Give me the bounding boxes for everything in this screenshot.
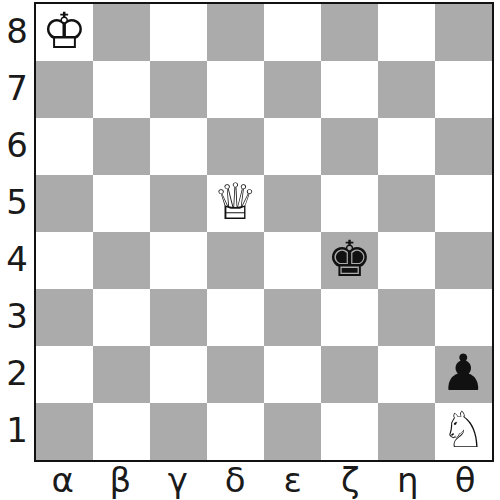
rank-label-5: 5 bbox=[0, 173, 34, 230]
square-θ1[interactable]: ♘ bbox=[435, 403, 492, 460]
square-ζ6[interactable] bbox=[321, 118, 378, 175]
square-α3[interactable] bbox=[36, 289, 93, 346]
square-β3[interactable] bbox=[93, 289, 150, 346]
square-θ4[interactable] bbox=[435, 232, 492, 289]
square-θ6[interactable] bbox=[435, 118, 492, 175]
square-ζ4[interactable]: ♚ bbox=[321, 232, 378, 289]
square-ε5[interactable] bbox=[264, 175, 321, 232]
square-γ2[interactable] bbox=[150, 346, 207, 403]
file-label-ε: ε bbox=[264, 460, 322, 500]
square-δ5[interactable]: ♕ bbox=[207, 175, 264, 232]
square-δ4[interactable] bbox=[207, 232, 264, 289]
rank-label-1: 1 bbox=[0, 401, 34, 458]
square-β1[interactable] bbox=[93, 403, 150, 460]
square-η2[interactable] bbox=[378, 346, 435, 403]
square-δ1[interactable] bbox=[207, 403, 264, 460]
square-δ6[interactable] bbox=[207, 118, 264, 175]
square-β5[interactable] bbox=[93, 175, 150, 232]
square-ζ8[interactable] bbox=[321, 4, 378, 61]
file-label-β: β bbox=[92, 460, 150, 500]
square-γ8[interactable] bbox=[150, 4, 207, 61]
square-α7[interactable] bbox=[36, 61, 93, 118]
square-α6[interactable] bbox=[36, 118, 93, 175]
white-queen-δ5[interactable]: ♕ bbox=[213, 177, 258, 227]
file-label-ζ: ζ bbox=[322, 460, 380, 500]
square-β8[interactable] bbox=[93, 4, 150, 61]
square-ζ1[interactable] bbox=[321, 403, 378, 460]
square-γ4[interactable] bbox=[150, 232, 207, 289]
square-δ3[interactable] bbox=[207, 289, 264, 346]
chess-diagram: 87654321 ♔♕♚♟♘ αβγδεζηθ bbox=[0, 0, 500, 500]
square-ζ7[interactable] bbox=[321, 61, 378, 118]
square-γ3[interactable] bbox=[150, 289, 207, 346]
square-ε2[interactable] bbox=[264, 346, 321, 403]
file-label-η: η bbox=[379, 460, 437, 500]
square-ε6[interactable] bbox=[264, 118, 321, 175]
square-η7[interactable] bbox=[378, 61, 435, 118]
square-η6[interactable] bbox=[378, 118, 435, 175]
square-β7[interactable] bbox=[93, 61, 150, 118]
square-δ7[interactable] bbox=[207, 61, 264, 118]
square-ζ3[interactable] bbox=[321, 289, 378, 346]
chess-board: ♔♕♚♟♘ bbox=[34, 2, 494, 462]
file-label-γ: γ bbox=[149, 460, 207, 500]
square-α2[interactable] bbox=[36, 346, 93, 403]
square-ε3[interactable] bbox=[264, 289, 321, 346]
black-king-ζ4[interactable]: ♚ bbox=[327, 234, 372, 284]
square-θ2[interactable]: ♟ bbox=[435, 346, 492, 403]
square-η8[interactable] bbox=[378, 4, 435, 61]
square-α1[interactable] bbox=[36, 403, 93, 460]
square-ε7[interactable] bbox=[264, 61, 321, 118]
square-α5[interactable] bbox=[36, 175, 93, 232]
black-pawn-θ2[interactable]: ♟ bbox=[441, 348, 486, 398]
rank-label-2: 2 bbox=[0, 344, 34, 401]
square-β4[interactable] bbox=[93, 232, 150, 289]
square-ε1[interactable] bbox=[264, 403, 321, 460]
rank-label-7: 7 bbox=[0, 59, 34, 116]
square-θ8[interactable] bbox=[435, 4, 492, 61]
white-king-α8[interactable]: ♔ bbox=[42, 6, 87, 56]
square-γ7[interactable] bbox=[150, 61, 207, 118]
rank-label-3: 3 bbox=[0, 287, 34, 344]
square-γ6[interactable] bbox=[150, 118, 207, 175]
file-label-α: α bbox=[34, 460, 92, 500]
square-η5[interactable] bbox=[378, 175, 435, 232]
square-δ2[interactable] bbox=[207, 346, 264, 403]
square-η4[interactable] bbox=[378, 232, 435, 289]
rank-label-8: 8 bbox=[0, 2, 34, 59]
square-δ8[interactable] bbox=[207, 4, 264, 61]
square-γ1[interactable] bbox=[150, 403, 207, 460]
square-α8[interactable]: ♔ bbox=[36, 4, 93, 61]
square-ε8[interactable] bbox=[264, 4, 321, 61]
square-γ5[interactable] bbox=[150, 175, 207, 232]
square-β2[interactable] bbox=[93, 346, 150, 403]
square-ζ2[interactable] bbox=[321, 346, 378, 403]
square-α4[interactable] bbox=[36, 232, 93, 289]
white-knight-θ1[interactable]: ♘ bbox=[441, 405, 486, 455]
square-η3[interactable] bbox=[378, 289, 435, 346]
rank-label-4: 4 bbox=[0, 230, 34, 287]
square-β6[interactable] bbox=[93, 118, 150, 175]
file-label-δ: δ bbox=[207, 460, 265, 500]
file-label-θ: θ bbox=[437, 460, 495, 500]
rank-labels: 87654321 bbox=[0, 2, 34, 458]
square-ε4[interactable] bbox=[264, 232, 321, 289]
square-θ5[interactable] bbox=[435, 175, 492, 232]
square-η1[interactable] bbox=[378, 403, 435, 460]
rank-label-6: 6 bbox=[0, 116, 34, 173]
file-labels: αβγδεζηθ bbox=[34, 460, 494, 500]
square-θ7[interactable] bbox=[435, 61, 492, 118]
square-ζ5[interactable] bbox=[321, 175, 378, 232]
square-θ3[interactable] bbox=[435, 289, 492, 346]
